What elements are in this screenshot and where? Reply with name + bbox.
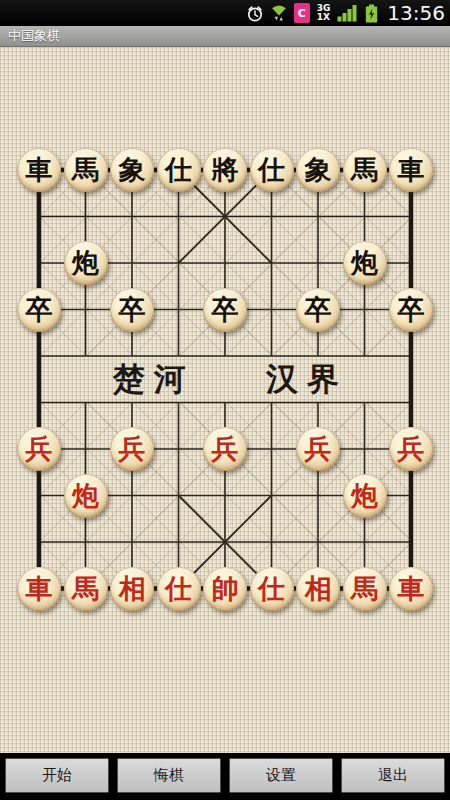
piece-red-soldier[interactable]: 兵 [110, 427, 154, 471]
piece-black-chariot[interactable]: 車 [17, 148, 61, 192]
piece-red-elephant[interactable]: 相 [296, 567, 340, 611]
piece-red-soldier[interactable]: 兵 [389, 427, 433, 471]
piece-red-advisor[interactable]: 仕 [157, 567, 201, 611]
piece-black-advisor[interactable]: 仕 [157, 148, 201, 192]
exit-button[interactable]: 退出 [341, 758, 445, 793]
undo-button[interactable]: 悔棋 [117, 758, 221, 793]
piece-red-soldier[interactable]: 兵 [203, 427, 247, 471]
piece-black-chariot[interactable]: 車 [389, 148, 433, 192]
bottom-button-bar: 开始 悔棋 设置 退出 [0, 753, 450, 800]
piece-black-advisor[interactable]: 仕 [250, 148, 294, 192]
piece-black-horse[interactable]: 馬 [343, 148, 387, 192]
piece-black-soldier[interactable]: 卒 [296, 288, 340, 332]
piece-black-elephant[interactable]: 象 [110, 148, 154, 192]
piece-black-horse[interactable]: 馬 [64, 148, 108, 192]
piece-red-horse[interactable]: 馬 [343, 567, 387, 611]
piece-black-soldier[interactable]: 卒 [203, 288, 247, 332]
piece-red-chariot[interactable]: 車 [389, 567, 433, 611]
piece-red-cannon[interactable]: 炮 [64, 474, 108, 518]
piece-red-advisor[interactable]: 仕 [250, 567, 294, 611]
piece-black-general[interactable]: 將 [203, 148, 247, 192]
piece-black-soldier[interactable]: 卒 [389, 288, 433, 332]
piece-black-soldier[interactable]: 卒 [17, 288, 61, 332]
piece-red-soldier[interactable]: 兵 [296, 427, 340, 471]
piece-black-soldier[interactable]: 卒 [110, 288, 154, 332]
piece-red-horse[interactable]: 馬 [64, 567, 108, 611]
piece-red-soldier[interactable]: 兵 [17, 427, 61, 471]
piece-red-cannon[interactable]: 炮 [343, 474, 387, 518]
settings-button[interactable]: 设置 [229, 758, 333, 793]
piece-black-cannon[interactable]: 炮 [64, 241, 108, 285]
app-screen: C 3G 1X 13:56 中国象棋 [0, 0, 450, 800]
piece-black-elephant[interactable]: 象 [296, 148, 340, 192]
piece-red-elephant[interactable]: 相 [110, 567, 154, 611]
piece-black-cannon[interactable]: 炮 [343, 241, 387, 285]
piece-red-general[interactable]: 帥 [203, 567, 247, 611]
piece-red-chariot[interactable]: 車 [17, 567, 61, 611]
pieces-layer: 車馬象仕將仕象馬車炮炮卒卒卒卒卒兵兵兵兵兵炮炮車馬相仕帥仕相馬車 [0, 0, 450, 800]
start-button[interactable]: 开始 [5, 758, 109, 793]
